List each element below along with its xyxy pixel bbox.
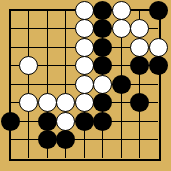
- stone-black: [93, 93, 112, 112]
- stone-white: [75, 56, 94, 75]
- stone-black: [75, 112, 94, 131]
- stone-white: [75, 93, 94, 112]
- stone-white: [56, 93, 75, 112]
- stone-black: [38, 112, 57, 131]
- stone-white: [149, 38, 168, 57]
- stone-white: [19, 93, 38, 112]
- grid-line-horizontal: [10, 139, 158, 140]
- go-board[interactable]: [0, 0, 171, 171]
- stone-white: [75, 1, 94, 20]
- stone-white: [75, 38, 94, 57]
- stone-black: [93, 19, 112, 38]
- stone-black: [112, 75, 131, 94]
- stone-white: [56, 112, 75, 131]
- stone-white: [19, 56, 38, 75]
- stone-white: [130, 19, 149, 38]
- stone-black: [130, 56, 149, 75]
- stone-white: [112, 1, 131, 20]
- stone-black: [149, 56, 168, 75]
- stone-black: [93, 38, 112, 57]
- stone-black: [130, 93, 149, 112]
- stone-black: [1, 112, 20, 131]
- stone-black: [93, 56, 112, 75]
- stone-white: [93, 75, 112, 94]
- stone-white: [75, 75, 94, 94]
- stone-black: [56, 130, 75, 149]
- stone-white: [38, 93, 57, 112]
- stone-white: [112, 19, 131, 38]
- stone-black: [38, 130, 57, 149]
- stone-white: [75, 19, 94, 38]
- stone-white: [130, 38, 149, 57]
- stone-black: [93, 112, 112, 131]
- stone-black: [93, 1, 112, 20]
- stone-black: [149, 1, 168, 20]
